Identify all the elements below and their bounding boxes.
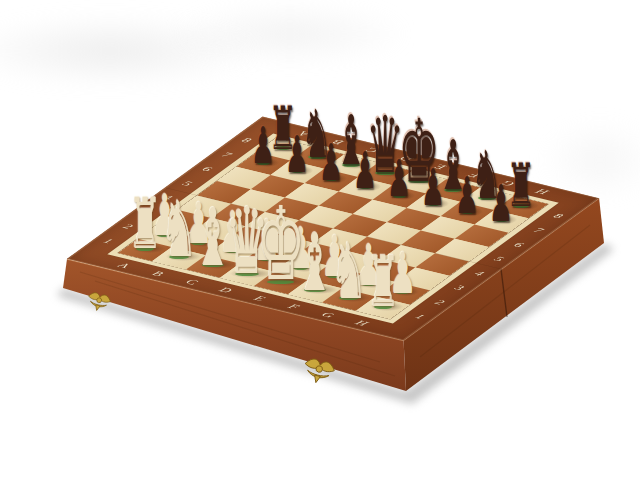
file-label-front-a: A xyxy=(115,261,132,269)
file-label-front-g: G xyxy=(319,311,337,320)
file-label-front-f: F xyxy=(285,303,302,311)
rank-label-left-3: 3 xyxy=(140,208,155,216)
product-photo-scene: AABBCCDDEEFFGGHH1122334455667788 ♜♞♝♛♚♝♞… xyxy=(0,0,640,480)
rank-label-left-2: 2 xyxy=(120,223,135,231)
file-label-back-h: H xyxy=(534,187,552,196)
rank-label-left-4: 4 xyxy=(160,194,175,202)
rank-label-right-4: 4 xyxy=(471,270,486,278)
file-label-back-e: E xyxy=(432,163,449,171)
rank-label-left-6: 6 xyxy=(199,165,214,173)
rank-label-right-6: 6 xyxy=(511,241,526,249)
rank-label-right-5: 5 xyxy=(491,255,506,263)
file-label-front-b: B xyxy=(149,270,166,278)
file-label-back-d: D xyxy=(398,154,416,163)
file-label-back-a: A xyxy=(296,130,313,138)
rank-label-left-7: 7 xyxy=(219,151,234,159)
file-label-back-f: F xyxy=(466,171,483,179)
rank-label-left-1: 1 xyxy=(101,237,116,245)
rank-label-right-7: 7 xyxy=(531,226,546,234)
rank-label-left-5: 5 xyxy=(180,180,195,188)
file-label-front-h: H xyxy=(353,319,371,328)
rank-label-right-3: 3 xyxy=(452,284,467,292)
file-label-back-g: G xyxy=(500,179,518,188)
rank-label-right-2: 2 xyxy=(432,298,447,306)
file-label-back-c: C xyxy=(364,146,381,154)
file-label-back-b: B xyxy=(330,138,347,146)
rank-label-right-8: 8 xyxy=(550,212,565,220)
file-label-front-c: C xyxy=(183,278,200,286)
rank-label-left-8: 8 xyxy=(239,136,254,144)
file-label-front-d: D xyxy=(217,286,235,295)
file-label-front-e: E xyxy=(251,294,268,302)
rank-label-right-1: 1 xyxy=(412,313,427,321)
